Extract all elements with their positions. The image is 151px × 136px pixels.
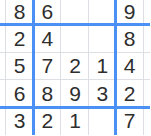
cell-r3c5[interactable] [61,0,89,25]
cell-r5c6[interactable]: 1 [89,53,116,81]
cell-r5c4[interactable]: 7 [34,53,62,81]
cell-r5c5[interactable]: 2 [61,53,89,81]
cell-r4c8[interactable] [144,25,151,53]
cell-r7c7[interactable]: 7 [116,108,144,136]
cell-r4c7[interactable]: 8 [116,25,144,53]
cell-r3c7[interactable]: 9 [116,0,144,25]
cell-r7c5[interactable]: 1 [61,108,89,136]
cell-r3c6[interactable] [89,0,116,25]
sudoku-board: 86924857214689323217 [0,0,150,135]
cell-r4c4[interactable]: 4 [34,25,62,53]
cell-r7c3[interactable]: 3 [6,108,34,136]
cell-r6c7[interactable]: 2 [116,80,144,108]
cell-r4c5[interactable] [61,25,89,53]
cell-r3c4[interactable]: 6 [34,0,62,25]
cell-r4c6[interactable] [89,25,116,53]
cell-r5c7[interactable]: 4 [116,53,144,81]
cell-r7c8[interactable] [144,108,151,136]
cell-r7c4[interactable]: 2 [34,108,62,136]
cell-r4c3[interactable]: 2 [6,25,34,53]
cell-r7c6[interactable] [89,108,116,136]
cell-r5c8[interactable] [144,53,151,81]
cell-r3c8[interactable] [144,0,151,25]
cell-r6c8[interactable] [144,80,151,108]
cell-r5c3[interactable]: 5 [6,53,34,81]
cell-r6c3[interactable]: 6 [6,80,34,108]
cell-r6c5[interactable]: 9 [61,80,89,108]
cell-r3c3[interactable]: 8 [6,0,34,25]
cell-r6c6[interactable]: 3 [89,80,116,108]
cell-r6c4[interactable]: 8 [34,80,62,108]
sudoku-grid: 86924857214689323217 [0,0,150,135]
